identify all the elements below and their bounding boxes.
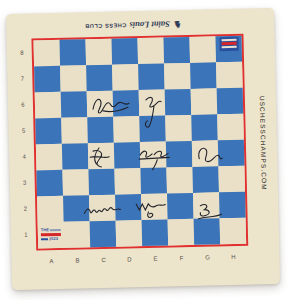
square-g1 — [194, 218, 221, 245]
square-b4 — [62, 143, 89, 170]
square-c5 — [87, 117, 114, 144]
chess-board: THE2023 — [31, 34, 248, 251]
square-a5 — [35, 118, 62, 145]
square-b8 — [60, 39, 87, 66]
file-label-g: G — [201, 254, 213, 260]
square-d8 — [111, 38, 138, 65]
square-e8 — [137, 38, 164, 65]
signature-e2 — [134, 196, 169, 221]
file-label-f: F — [175, 255, 187, 261]
signature-g4 — [193, 143, 223, 166]
signature-c4 — [87, 146, 114, 173]
square-h6 — [217, 88, 244, 115]
club-name-script: Saint Louis — [129, 20, 170, 31]
square-f5 — [165, 115, 192, 142]
website-url: USCHESSCHAMPS.COM — [256, 87, 269, 199]
square-b6 — [61, 91, 88, 118]
signature-e6 — [141, 94, 168, 131]
rank-label-4: 4 — [18, 154, 30, 160]
signature-g2 — [194, 201, 224, 222]
chess-mat: ♞ Saint Louis CHESS CLUB THE2023 USCHESS… — [6, 8, 280, 290]
square-h7 — [216, 62, 243, 89]
square-d1 — [116, 220, 143, 247]
square-a2 — [37, 196, 64, 223]
logo-bar — [41, 238, 48, 240]
square-a1: THE2023 — [38, 222, 65, 249]
logo-bar — [50, 229, 61, 231]
rank-label-1: 1 — [20, 232, 32, 238]
square-f1 — [168, 219, 195, 246]
square-g7 — [190, 62, 217, 89]
square-f6 — [165, 89, 192, 116]
club-name-caps: CHESS CLUB — [85, 23, 127, 30]
square-f2 — [167, 193, 194, 220]
file-label-d: D — [123, 256, 135, 262]
square-e7 — [138, 64, 165, 91]
event-logo-patch-h8 — [219, 37, 238, 51]
rank-label-6: 6 — [17, 102, 29, 108]
square-d5 — [113, 116, 140, 143]
square-a6 — [35, 92, 62, 119]
square-e1 — [142, 219, 169, 246]
square-g6 — [191, 88, 218, 115]
signature-c6 — [91, 94, 131, 117]
square-a7 — [34, 66, 61, 93]
rank-label-3: 3 — [19, 180, 31, 186]
square-b3 — [62, 169, 89, 196]
square-c8 — [85, 39, 112, 66]
knight-crest-icon: ♞ — [173, 20, 182, 30]
square-b1 — [64, 221, 91, 248]
square-f7 — [164, 63, 191, 90]
file-label-c: C — [97, 257, 109, 263]
square-f8 — [163, 37, 190, 64]
file-label-a: A — [45, 258, 57, 264]
square-a3 — [36, 170, 63, 197]
square-d7 — [112, 64, 139, 91]
signature-c2 — [82, 199, 122, 220]
square-g3 — [192, 166, 219, 193]
signature-e4 — [137, 145, 172, 172]
square-h3 — [218, 166, 245, 193]
rank-label-2: 2 — [19, 206, 31, 212]
square-a4 — [36, 144, 63, 171]
square-c1 — [90, 221, 117, 248]
club-banner: ♞ Saint Louis CHESS CLUB — [53, 17, 213, 34]
square-a8 — [34, 40, 61, 67]
rank-label-5: 5 — [17, 128, 29, 134]
square-h5 — [217, 114, 244, 141]
square-b5 — [61, 117, 88, 144]
rank-label-7: 7 — [16, 76, 28, 82]
square-h1 — [220, 218, 247, 245]
rank-label-8: 8 — [16, 50, 28, 56]
square-h8 — [215, 36, 242, 63]
square-g5 — [191, 114, 218, 141]
square-g8 — [189, 36, 216, 63]
square-c3 — [88, 169, 115, 196]
file-label-b: B — [71, 257, 83, 263]
file-label-h: H — [227, 254, 239, 260]
square-c7 — [86, 65, 113, 92]
file-label-e: E — [149, 256, 161, 262]
square-b7 — [60, 65, 87, 92]
event-logo-a1: THE2023 — [41, 228, 62, 242]
